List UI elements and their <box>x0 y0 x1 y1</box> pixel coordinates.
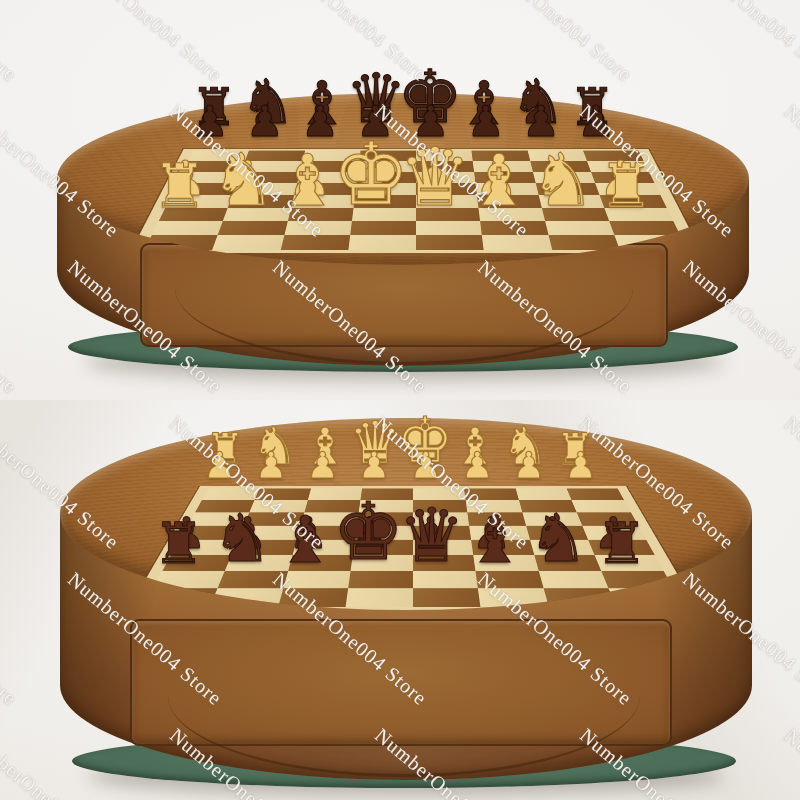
piece-light-rook: ♜ <box>205 428 245 473</box>
piece-dark-pawn: ♟ <box>522 101 560 144</box>
piece-light-pawn: ♟ <box>537 155 580 203</box>
piece-light-pawn: ♟ <box>409 448 442 485</box>
piece-light-pawn: ♟ <box>358 448 391 485</box>
piece-light-bishop: ♝ <box>302 422 348 473</box>
product-photo-bottom: ♜♞♝♛♚♝♞♜♟♟♟♟♟♟♟♟♟♟♟♟♟♟♟♟♜♞♝♚♛♝♞♜ <box>0 400 800 800</box>
piece-dark-pawn: ♟ <box>289 512 328 555</box>
piece-light-rook: ♜ <box>599 156 654 217</box>
piece-dark-queen: ♛ <box>398 498 464 572</box>
piece-light-bishop: ♝ <box>452 422 498 473</box>
piece-light-pawn: ♟ <box>203 448 236 485</box>
product-photo-top: ♜♞♝♛♚♝♞♜♟♟♟♟♟♟♟♟♟♟♟♟♟♟♟♟♜♞♝♚♛♝♞♜ <box>0 0 800 400</box>
product-image-canvas: ♜♞♝♛♚♝♞♜♟♟♟♟♟♟♟♟♟♟♟♟♟♟♟♟♜♞♝♚♛♝♞♜ ♜♞♝♛♚♝♞… <box>0 0 800 800</box>
piece-dark-king: ♚ <box>333 492 405 572</box>
piece-light-queen: ♛ <box>399 137 471 218</box>
piece-dark-knight: ♞ <box>511 72 566 134</box>
piece-dark-rook: ♜ <box>569 82 615 134</box>
piece-light-rook: ♜ <box>555 428 595 473</box>
piece-light-king: ♚ <box>397 409 454 472</box>
piece-dark-rook: ♜ <box>153 516 204 573</box>
piece-dark-bishop: ♝ <box>276 508 334 572</box>
piece-dark-knight: ♞ <box>529 506 588 572</box>
piece-dark-knight: ♞ <box>212 506 271 572</box>
piece-light-king: ♚ <box>332 131 409 217</box>
piece-dark-pawn: ♟ <box>533 512 572 555</box>
piece-dark-bishop: ♝ <box>466 508 524 572</box>
piece-dark-pawn: ♟ <box>228 512 267 555</box>
piece-light-rook: ♜ <box>152 156 207 217</box>
pieces-layer: ♜♞♝♛♚♝♞♜♟♟♟♟♟♟♟♟♟♟♟♟♟♟♟♟♜♞♝♚♛♝♞♜ <box>0 400 800 800</box>
piece-light-pawn: ♟ <box>255 448 288 485</box>
piece-dark-king: ♚ <box>397 60 463 133</box>
piece-dark-pawn: ♟ <box>577 101 615 144</box>
piece-dark-bishop: ♝ <box>457 74 511 134</box>
piece-light-pawn: ♟ <box>350 155 393 203</box>
piece-light-pawn: ♟ <box>413 155 456 203</box>
piece-light-knight: ♞ <box>530 144 595 217</box>
piece-light-bishop: ♝ <box>276 146 339 217</box>
piece-light-pawn: ♟ <box>513 448 546 485</box>
piece-light-pawn: ♟ <box>564 448 597 485</box>
piece-light-pawn: ♟ <box>306 448 339 485</box>
piece-light-pawn: ♟ <box>461 448 494 485</box>
piece-light-knight: ♞ <box>211 144 276 217</box>
piece-light-pawn: ♟ <box>475 155 518 203</box>
piece-dark-pawn: ♟ <box>411 512 450 555</box>
piece-dark-pawn: ♟ <box>191 101 229 144</box>
piece-light-pawn: ♟ <box>226 155 269 203</box>
piece-dark-rook: ♜ <box>191 82 237 134</box>
piece-dark-pawn: ♟ <box>167 512 206 555</box>
piece-dark-pawn: ♟ <box>301 101 339 144</box>
pieces-layer: ♜♞♝♛♚♝♞♜♟♟♟♟♟♟♟♟♟♟♟♟♟♟♟♟♜♞♝♚♛♝♞♜ <box>0 0 800 400</box>
piece-light-knight: ♞ <box>502 420 549 472</box>
piece-light-pawn: ♟ <box>164 155 207 203</box>
piece-light-queen: ♛ <box>349 414 401 473</box>
piece-dark-rook: ♜ <box>596 516 647 573</box>
piece-dark-pawn: ♟ <box>472 512 511 555</box>
piece-dark-pawn: ♟ <box>350 512 389 555</box>
piece-dark-pawn: ♟ <box>356 101 394 144</box>
piece-dark-pawn: ♟ <box>467 101 505 144</box>
piece-dark-knight: ♞ <box>240 72 295 134</box>
piece-light-pawn: ♟ <box>599 155 642 203</box>
piece-light-knight: ♞ <box>251 420 298 472</box>
piece-dark-pawn: ♟ <box>246 101 284 144</box>
piece-dark-queen: ♛ <box>345 65 406 133</box>
piece-dark-pawn: ♟ <box>412 101 450 144</box>
piece-light-bishop: ♝ <box>467 146 530 217</box>
piece-light-pawn: ♟ <box>288 155 331 203</box>
piece-dark-bishop: ♝ <box>295 74 349 134</box>
piece-dark-pawn: ♟ <box>594 512 633 555</box>
